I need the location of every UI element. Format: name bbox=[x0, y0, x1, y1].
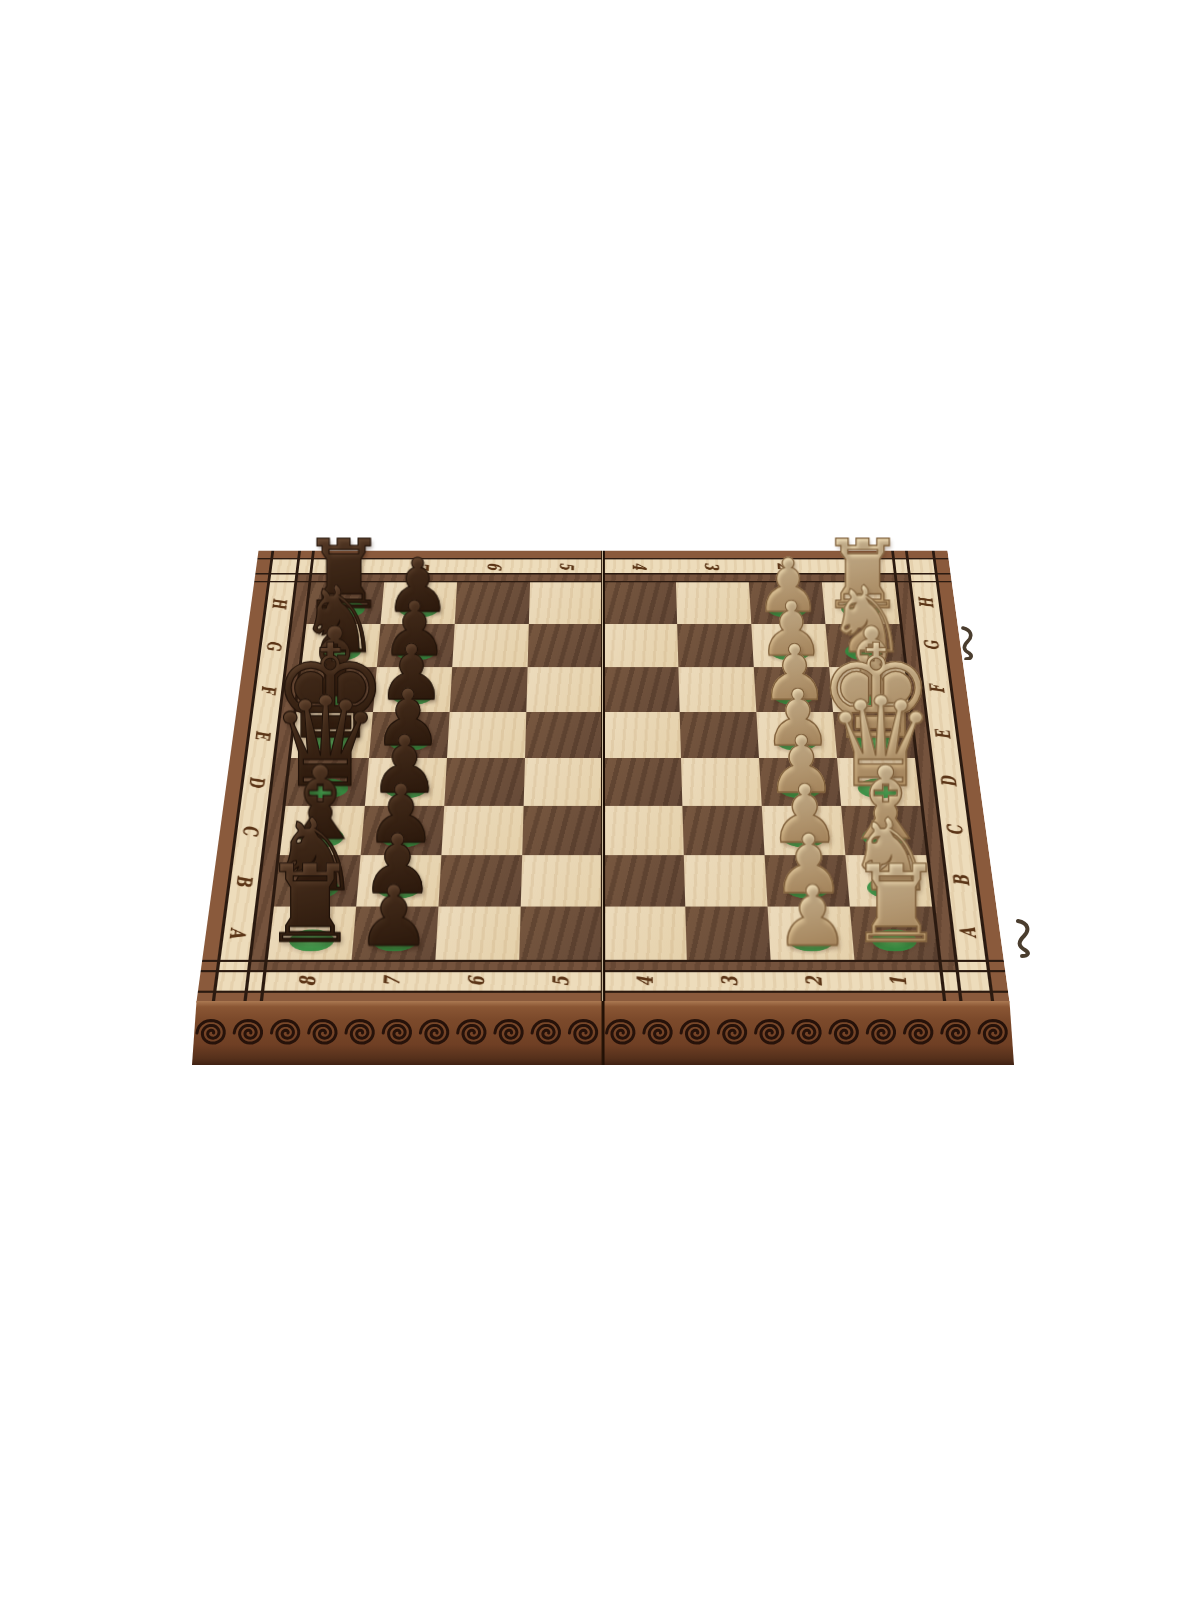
spiral-motif bbox=[793, 1020, 820, 1043]
square-h5[interactable] bbox=[529, 582, 603, 624]
box-front-seam bbox=[602, 1001, 605, 1065]
square-h2[interactable] bbox=[749, 582, 826, 624]
spiral-motif bbox=[197, 1020, 224, 1043]
spiral-motif bbox=[905, 1020, 932, 1043]
coordinate-label-6: 6 bbox=[482, 559, 507, 573]
square-f5[interactable] bbox=[526, 667, 603, 712]
spiral-motif bbox=[420, 1020, 447, 1043]
coordinate-label-g: G bbox=[261, 638, 288, 652]
coordinate-label-5: 5 bbox=[555, 559, 579, 573]
spiral-motif bbox=[234, 1020, 261, 1043]
box-front-edge bbox=[192, 1001, 1014, 1065]
spiral-motif bbox=[607, 1020, 634, 1043]
square-h8[interactable] bbox=[306, 582, 384, 624]
coordinate-label-2: 2 bbox=[772, 559, 797, 573]
coordinate-label-8: 8 bbox=[337, 559, 363, 573]
coordinate-label-3: 3 bbox=[699, 559, 724, 573]
metal-clasp-lower[interactable] bbox=[1011, 918, 1037, 958]
square-g4[interactable] bbox=[603, 624, 678, 667]
coordinate-label-4: 4 bbox=[627, 559, 651, 573]
spiral-motif bbox=[458, 1020, 485, 1043]
black-pawn-a7[interactable]: ♟ bbox=[352, 907, 439, 960]
square-g2[interactable] bbox=[751, 624, 829, 667]
spiral-motif bbox=[272, 1020, 299, 1043]
spiral-motif bbox=[532, 1020, 559, 1043]
pawn-glyph: ♟ bbox=[309, 875, 479, 959]
square-g1[interactable] bbox=[825, 624, 904, 667]
coordinate-label-h: H bbox=[266, 596, 292, 610]
square-g3[interactable] bbox=[677, 624, 754, 667]
spiral-motif bbox=[830, 1020, 857, 1043]
coordinate-label-1: 1 bbox=[844, 559, 870, 573]
square-e4[interactable] bbox=[603, 712, 681, 758]
white-rook-a1[interactable]: ♜ bbox=[850, 907, 938, 960]
spiral-motif bbox=[346, 1020, 373, 1043]
coordinate-label-h: H bbox=[913, 596, 939, 610]
square-h4[interactable] bbox=[603, 582, 677, 624]
coordinate-label-7: 7 bbox=[409, 559, 434, 573]
square-h7[interactable] bbox=[381, 582, 458, 624]
square-f3[interactable] bbox=[678, 667, 756, 712]
square-g8[interactable] bbox=[301, 624, 380, 667]
square-f4[interactable] bbox=[603, 667, 680, 712]
square-g5[interactable] bbox=[528, 624, 603, 667]
spiral-motif bbox=[569, 1020, 596, 1043]
square-g6[interactable] bbox=[452, 624, 529, 667]
product-photo-scene: 88HH77GG66FF55EE44DD33CC22BB11AA ♜♞♝♛♚♝♞… bbox=[0, 0, 1200, 1600]
spiral-motif bbox=[681, 1020, 708, 1043]
square-e5[interactable] bbox=[525, 712, 603, 758]
square-h1[interactable] bbox=[822, 582, 900, 624]
spiral-motif bbox=[309, 1020, 336, 1043]
spiral-motif bbox=[867, 1020, 894, 1043]
spiral-motif bbox=[942, 1020, 969, 1043]
spiral-motif bbox=[756, 1020, 783, 1043]
square-h6[interactable] bbox=[455, 582, 530, 624]
rook-glyph: ♜ bbox=[811, 851, 981, 958]
spiral-motif bbox=[383, 1020, 410, 1043]
chess-board: 88HH77GG66FF55EE44DD33CC22BB11AA ♜♞♝♛♚♝♞… bbox=[196, 551, 1009, 1003]
square-f6[interactable] bbox=[450, 667, 528, 712]
square-g7[interactable] bbox=[377, 624, 455, 667]
spiral-motif bbox=[979, 1020, 1006, 1043]
coordinate-label-g: G bbox=[918, 638, 945, 652]
metal-clasp-upper[interactable] bbox=[957, 626, 979, 660]
spiral-motif bbox=[644, 1020, 671, 1043]
spiral-motif bbox=[495, 1020, 522, 1043]
spiral-motif bbox=[718, 1020, 745, 1043]
square-h3[interactable] bbox=[676, 582, 751, 624]
